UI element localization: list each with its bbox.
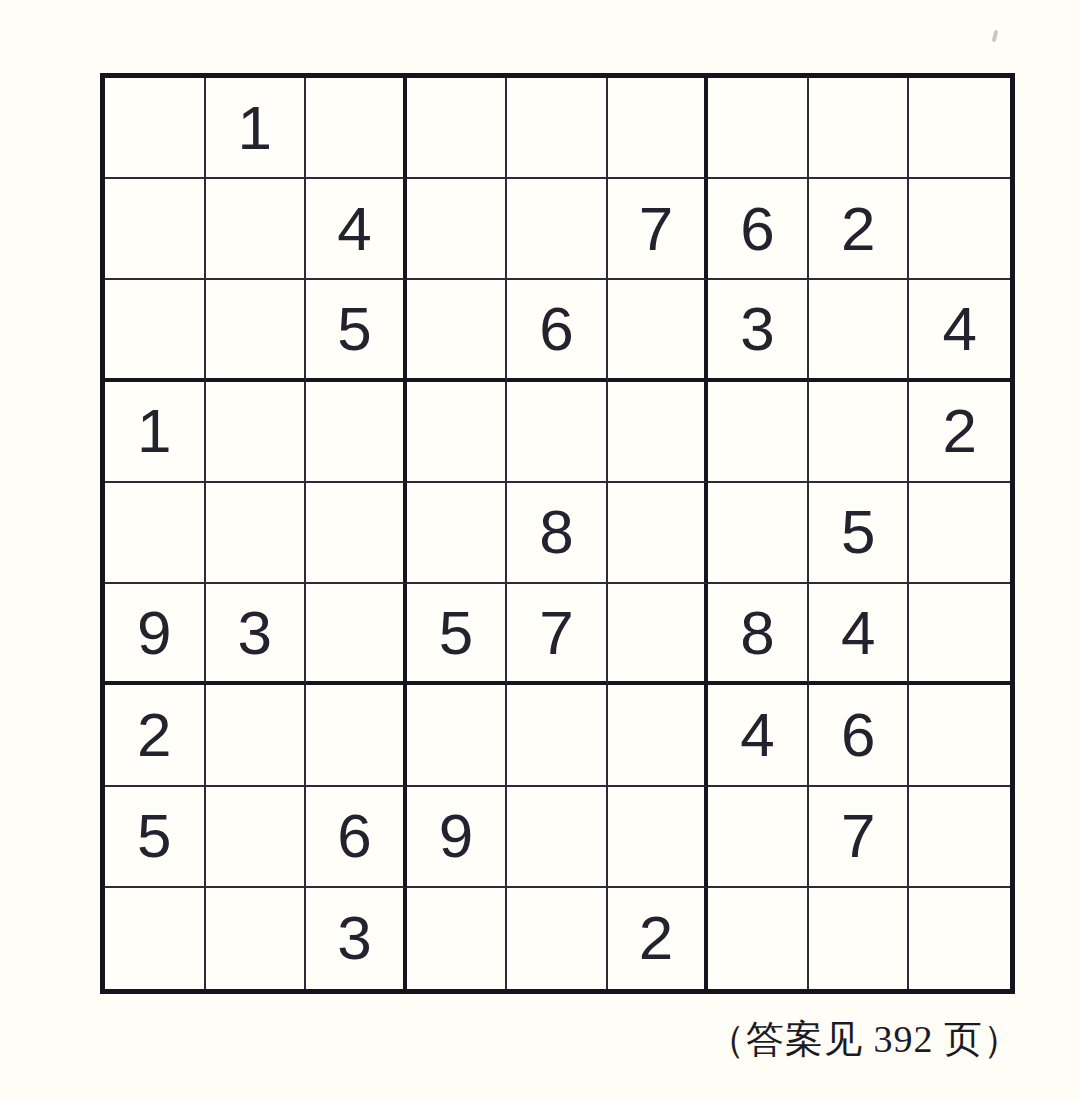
sudoku-cell-r7c8[interactable]: 6: [809, 685, 910, 786]
sudoku-cell-r9c4[interactable]: [407, 888, 508, 989]
sudoku-cell-r7c4[interactable]: [407, 685, 508, 786]
sudoku-cell-r4c5[interactable]: [507, 382, 608, 483]
sudoku-cell-r3c2[interactable]: [206, 280, 307, 381]
sudoku-cell-r1c7[interactable]: [708, 78, 809, 179]
sudoku-cell-r6c6[interactable]: [608, 584, 709, 685]
sudoku-cell-r1c3[interactable]: [306, 78, 407, 179]
sudoku-cell-r1c2[interactable]: 1: [206, 78, 307, 179]
sudoku-cell-r4c8[interactable]: [809, 382, 910, 483]
sudoku-cell-r1c4[interactable]: [407, 78, 508, 179]
sudoku-cell-r2c4[interactable]: [407, 179, 508, 280]
sudoku-cell-r2c8[interactable]: 2: [809, 179, 910, 280]
sudoku-cell-r5c6[interactable]: [608, 483, 709, 584]
sudoku-cell-r1c6[interactable]: [608, 78, 709, 179]
sudoku-cell-r3c8[interactable]: [809, 280, 910, 381]
sudoku-cell-r9c2[interactable]: [206, 888, 307, 989]
sudoku-cell-r4c6[interactable]: [608, 382, 709, 483]
sudoku-cell-r7c7[interactable]: 4: [708, 685, 809, 786]
sudoku-cell-r1c5[interactable]: [507, 78, 608, 179]
sudoku-cell-r5c2[interactable]: [206, 483, 307, 584]
sudoku-cell-r6c3[interactable]: [306, 584, 407, 685]
sudoku-cell-r7c1[interactable]: 2: [105, 685, 206, 786]
sudoku-cell-r1c9[interactable]: [909, 78, 1010, 179]
sudoku-cell-r8c8[interactable]: 7: [809, 787, 910, 888]
sudoku-cell-r6c8[interactable]: 4: [809, 584, 910, 685]
sudoku-cell-r9c3[interactable]: 3: [306, 888, 407, 989]
sudoku-cell-r8c4[interactable]: 9: [407, 787, 508, 888]
answer-reference-caption: （答案见 392 页）: [707, 1014, 1022, 1065]
sudoku-cell-r8c2[interactable]: [206, 787, 307, 888]
sudoku-cell-r3c5[interactable]: 6: [507, 280, 608, 381]
sudoku-cell-r8c7[interactable]: [708, 787, 809, 888]
sudoku-cell-r3c7[interactable]: 3: [708, 280, 809, 381]
sudoku-cell-r6c9[interactable]: [909, 584, 1010, 685]
sudoku-cell-r5c3[interactable]: [306, 483, 407, 584]
sudoku-cell-r3c4[interactable]: [407, 280, 508, 381]
scan-artifact: [992, 30, 999, 43]
sudoku-cell-r2c1[interactable]: [105, 179, 206, 280]
sudoku-cell-r2c5[interactable]: [507, 179, 608, 280]
sudoku-cell-r4c3[interactable]: [306, 382, 407, 483]
sudoku-cell-r7c6[interactable]: [608, 685, 709, 786]
sudoku-cell-r5c1[interactable]: [105, 483, 206, 584]
sudoku-cell-r8c6[interactable]: [608, 787, 709, 888]
sudoku-cell-r4c4[interactable]: [407, 382, 508, 483]
sudoku-cell-r9c6[interactable]: 2: [608, 888, 709, 989]
sudoku-cell-r8c3[interactable]: 6: [306, 787, 407, 888]
sudoku-cell-r5c5[interactable]: 8: [507, 483, 608, 584]
sudoku-cell-r9c7[interactable]: [708, 888, 809, 989]
sudoku-cell-r8c5[interactable]: [507, 787, 608, 888]
sudoku-cell-r5c8[interactable]: 5: [809, 483, 910, 584]
sudoku-cell-r9c8[interactable]: [809, 888, 910, 989]
sudoku-cell-r9c9[interactable]: [909, 888, 1010, 989]
sudoku-cell-r6c1[interactable]: 9: [105, 584, 206, 685]
sudoku-cell-r2c6[interactable]: 7: [608, 179, 709, 280]
sudoku-cell-r4c1[interactable]: 1: [105, 382, 206, 483]
sudoku-cell-r3c3[interactable]: 5: [306, 280, 407, 381]
sudoku-cell-r3c9[interactable]: 4: [909, 280, 1010, 381]
sudoku-cell-r2c3[interactable]: 4: [306, 179, 407, 280]
sudoku-cell-r9c5[interactable]: [507, 888, 608, 989]
sudoku-cell-r7c5[interactable]: [507, 685, 608, 786]
sudoku-cell-r1c1[interactable]: [105, 78, 206, 179]
sudoku-cell-r4c7[interactable]: [708, 382, 809, 483]
sudoku-cell-r2c9[interactable]: [909, 179, 1010, 280]
sudoku-cell-r9c1[interactable]: [105, 888, 206, 989]
sudoku-cell-r4c9[interactable]: 2: [909, 382, 1010, 483]
sudoku-cell-r7c9[interactable]: [909, 685, 1010, 786]
sudoku-cell-r7c3[interactable]: [306, 685, 407, 786]
sudoku-cell-r3c6[interactable]: [608, 280, 709, 381]
sudoku-cell-r7c2[interactable]: [206, 685, 307, 786]
sudoku-cell-r4c2[interactable]: [206, 382, 307, 483]
sudoku-cell-r2c7[interactable]: 6: [708, 179, 809, 280]
sudoku-cell-r8c1[interactable]: 5: [105, 787, 206, 888]
sudoku-cell-r5c9[interactable]: [909, 483, 1010, 584]
scanned-puzzle-page: 1476256341285935784246569732 （答案见 392 页）: [0, 0, 1080, 1099]
sudoku-cell-r3c1[interactable]: [105, 280, 206, 381]
sudoku-cell-r5c7[interactable]: [708, 483, 809, 584]
sudoku-cell-r6c2[interactable]: 3: [206, 584, 307, 685]
sudoku-cell-r6c7[interactable]: 8: [708, 584, 809, 685]
sudoku-cell-r5c4[interactable]: [407, 483, 508, 584]
sudoku-cell-r1c8[interactable]: [809, 78, 910, 179]
sudoku-cell-r6c4[interactable]: 5: [407, 584, 508, 685]
sudoku-cell-r2c2[interactable]: [206, 179, 307, 280]
sudoku-board: 1476256341285935784246569732: [100, 73, 1015, 994]
sudoku-cell-r6c5[interactable]: 7: [507, 584, 608, 685]
sudoku-cell-r8c9[interactable]: [909, 787, 1010, 888]
